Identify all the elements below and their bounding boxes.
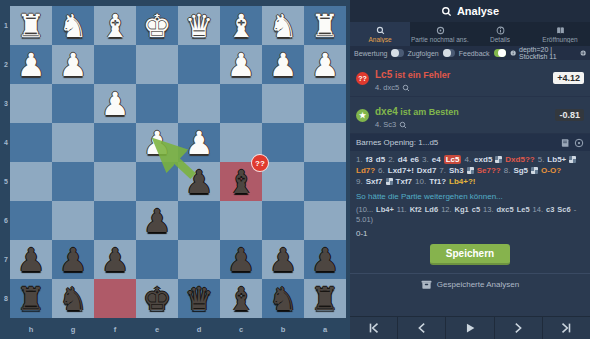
continuation-lead: So hätte die Partie weitergehen können..… (350, 190, 590, 203)
square-g7[interactable]: ♟ (52, 240, 94, 279)
panel-title: Analyse (457, 5, 499, 17)
mini-board-icon[interactable] (569, 156, 576, 163)
tab-bar: Analyse Partie nochmal ans... Details (350, 22, 590, 46)
cont-token-5[interactable]: 12. (441, 205, 451, 214)
move-token-18[interactable]: Lxd7+! (388, 166, 414, 175)
square-g3[interactable] (52, 84, 94, 123)
rank-label-5: 5 (2, 178, 10, 185)
toggle-bewertung[interactable] (391, 49, 403, 57)
piece-black-pawn-g7[interactable]: ♟ (59, 244, 88, 276)
square-c8[interactable]: ♝ (220, 279, 262, 318)
mini-board-icon[interactable] (531, 167, 538, 174)
cont-token-7[interactable]: c5 (472, 205, 480, 214)
move-token-10[interactable]: exd5 (474, 155, 492, 164)
options-row: Bewertung Zugfolgen Feedback depth=20 | … (350, 46, 590, 60)
square-b4[interactable] (262, 123, 304, 162)
search-icon (441, 6, 452, 17)
jump-end-icon (559, 321, 573, 335)
cont-token-9[interactable]: dxc5 (497, 205, 514, 214)
square-d7[interactable] (178, 240, 220, 279)
piece-white-king-e1[interactable]: ♚ (143, 10, 172, 42)
square-c1[interactable]: ♝ (220, 6, 262, 45)
square-h1[interactable]: ♜ (10, 6, 52, 45)
chevron-right-icon (511, 321, 525, 335)
play-button[interactable] (446, 317, 494, 339)
move-list: 1.f3d52.d4e63.e4Lc54.exd5Dxd5??5.Lb5+Ld7… (350, 151, 590, 190)
square-e6[interactable]: ♟ (136, 201, 178, 240)
best-followup: 4. Sc3 (375, 120, 396, 129)
piece-black-queen-d8[interactable]: ♛ (185, 283, 214, 315)
square-a8[interactable]: ♜ (304, 279, 346, 318)
move-token-24[interactable]: 8. (504, 166, 511, 175)
piece-black-pawn-e6[interactable]: ♟ (143, 205, 172, 237)
info-icon (496, 26, 505, 35)
cont-token-12[interactable]: c3 (546, 205, 554, 214)
archive-box-icon (421, 279, 432, 290)
settings-gear-icon[interactable] (580, 49, 586, 57)
move-token-7[interactable]: e4 (432, 155, 441, 164)
file-label-d: d (178, 325, 220, 334)
eval-badge-white: +4.12 (553, 72, 584, 84)
piece-black-rook-h8[interactable]: ♜ (17, 283, 46, 315)
piece-black-pawn-d5[interactable]: ♟ (185, 166, 214, 198)
cont-token-1[interactable]: Lb4+ (376, 205, 394, 214)
rank-label-3: 3 (2, 100, 10, 107)
move-token-19[interactable]: Dxd7 (417, 166, 437, 175)
square-a7[interactable]: ♟ (304, 240, 346, 279)
rank-label-6: 6 (2, 217, 10, 224)
square-d8[interactable]: ♛ (178, 279, 220, 318)
piece-white-bishop-f1[interactable]: ♝ (101, 10, 130, 42)
square-a3[interactable] (304, 84, 346, 123)
square-h5[interactable] (10, 162, 52, 201)
piece-black-pawn-f7[interactable]: ♟ (101, 244, 130, 276)
rank-label-7: 7 (2, 256, 10, 263)
piece-white-queen-d1[interactable]: ♛ (185, 10, 214, 42)
search-icon[interactable] (402, 84, 410, 92)
square-e7[interactable] (136, 240, 178, 279)
piece-black-pawn-c7[interactable]: ♟ (227, 244, 256, 276)
tab-review-game[interactable]: Partie nochmal ans... (410, 22, 470, 46)
square-b3[interactable] (262, 84, 304, 123)
move-token-2[interactable]: d5 (376, 155, 385, 164)
rank-label-8: 8 (2, 295, 10, 302)
file-label-h: h (10, 325, 52, 334)
first-move-button[interactable] (350, 317, 398, 339)
piece-black-bishop-c5[interactable]: ♝ (227, 166, 256, 198)
square-c6[interactable] (220, 201, 262, 240)
square-g5[interactable] (52, 162, 94, 201)
tab-label: Details (490, 36, 510, 43)
move-feedback-list: ?? Lc5 ist ein Fehler 4. dxc5 +4.12 ★ (350, 60, 590, 134)
last-move-button[interactable] (543, 317, 590, 339)
piece-white-rook-a1[interactable]: ♜ (311, 10, 340, 42)
move-token-0[interactable]: 1. (356, 155, 363, 164)
blunder-badge: ?? (356, 72, 369, 85)
tab-details[interactable]: Details (470, 22, 530, 46)
file-label-g: g (52, 325, 94, 334)
square-e2[interactable] (136, 45, 178, 84)
square-b6[interactable] (262, 201, 304, 240)
square-a5[interactable] (304, 162, 346, 201)
best-verdict: ist am Besten (400, 107, 459, 117)
book-icon[interactable] (560, 138, 570, 148)
mini-board-icon[interactable] (495, 156, 502, 163)
piece-white-pawn-d4[interactable]: ♟ (185, 127, 214, 159)
mini-board-icon[interactable] (386, 178, 393, 185)
blunder-badge-on-board: ?? (251, 154, 269, 172)
replay-icon (436, 26, 445, 35)
file-label-b: b (262, 325, 304, 334)
move-token-13[interactable]: 5. (538, 155, 545, 164)
piece-black-knight-g8[interactable]: ♞ (59, 283, 88, 315)
square-e8[interactable]: ♚ (136, 279, 178, 318)
square-e3[interactable] (136, 84, 178, 123)
blunder-verdict: ist ein Fehler (395, 70, 451, 80)
square-a6[interactable] (304, 201, 346, 240)
cont-token-4[interactable]: Ld6 (425, 205, 438, 214)
square-h8[interactable]: ♜ (10, 279, 52, 318)
panel-header: Analyse (350, 0, 590, 22)
cont-token-2[interactable]: 11. (397, 205, 407, 214)
chess-analysis-app: ♜♞♝♚♛♝♞♜♟♟♟♟♟♟♟♟♟♝♟♟♟♟♟♟♟♜♞♚♛♝♞♜ 1234567… (0, 0, 590, 339)
square-h7[interactable]: ♟ (10, 240, 52, 279)
piece-white-pawn-c2[interactable]: ♟ (227, 49, 256, 81)
square-e4[interactable]: ♟ (136, 123, 178, 162)
square-g2[interactable]: ♟ (52, 45, 94, 84)
piece-white-knight-g1[interactable]: ♞ (59, 10, 88, 42)
square-g8[interactable]: ♞ (52, 279, 94, 318)
move-token-27[interactable]: O-O? (541, 166, 561, 175)
square-f3[interactable]: ♟ (94, 84, 136, 123)
move-token-5[interactable]: e6 (410, 155, 419, 164)
info-icon (510, 49, 516, 57)
chevron-left-icon (415, 321, 429, 335)
move-token-14[interactable]: Lb5+ (547, 155, 566, 164)
tab-label: Eröffnungen (542, 36, 577, 43)
move-token-32[interactable]: 10. (415, 177, 426, 186)
save-button[interactable]: Speichern (430, 244, 510, 265)
move-navigation-bar (350, 316, 590, 339)
square-b8[interactable]: ♞ (262, 279, 304, 318)
square-h3[interactable] (10, 84, 52, 123)
rank-label-4: 4 (2, 139, 10, 146)
tab-analyse[interactable]: Analyse (350, 22, 410, 46)
mini-board-icon[interactable] (467, 167, 474, 174)
move-token-3[interactable]: 2. (388, 155, 395, 164)
square-f8[interactable] (94, 279, 136, 318)
file-label-e: e (136, 325, 178, 334)
cont-token-10[interactable]: Le5 (517, 205, 530, 214)
play-icon (463, 321, 477, 335)
piece-white-pawn-a2[interactable]: ♟ (311, 49, 340, 81)
analysis-panel: Analyse Analyse Partie nochmal ans... (350, 0, 590, 339)
toggle-label-feedback: Feedback (459, 50, 490, 57)
square-e5[interactable] (136, 162, 178, 201)
move-token-16[interactable]: Ld7? (356, 166, 375, 175)
square-h2[interactable]: ♟ (10, 45, 52, 84)
piece-black-pawn-b7[interactable]: ♟ (269, 244, 298, 276)
piece-white-pawn-h2[interactable]: ♟ (17, 49, 46, 81)
tab-label: Analyse (368, 36, 391, 43)
blunder-followup: 4. dxc5 (375, 83, 399, 92)
piece-black-knight-b8[interactable]: ♞ (269, 283, 298, 315)
square-g6[interactable] (52, 201, 94, 240)
engine-info-text: depth=20 | Stockfish 11 (519, 46, 577, 60)
blunder-move: Lc5 (375, 69, 392, 80)
toggle-label-bewertung: Bewertung (354, 50, 387, 57)
game-result: 0-1 (350, 225, 590, 238)
move-token-4[interactable]: d4 (398, 155, 407, 164)
file-label-f: f (94, 325, 136, 334)
move-token-28[interactable]: 9. (356, 177, 363, 186)
opening-name: Barnes Opening: 1...d5 (356, 138, 556, 147)
square-f2[interactable] (94, 45, 136, 84)
square-b5[interactable] (262, 162, 304, 201)
square-a4[interactable] (304, 123, 346, 162)
opening-row: Barnes Opening: 1...d5 (350, 134, 590, 151)
piece-black-rook-a8[interactable]: ♜ (311, 283, 340, 315)
square-d6[interactable] (178, 201, 220, 240)
eval-badge-black: -0.81 (555, 109, 584, 121)
saved-analyses-label: Gespeicherte Analysen (437, 280, 519, 289)
move-token-9[interactable]: 4. (464, 155, 471, 164)
piece-white-pawn-f3[interactable]: ♟ (101, 88, 130, 120)
square-a2[interactable]: ♟ (304, 45, 346, 84)
cont-token-0[interactable]: (10... (356, 205, 373, 214)
rank-label-2: 2 (2, 61, 10, 68)
cont-token-13[interactable]: Sc6 (557, 205, 570, 214)
jump-start-icon (367, 321, 381, 335)
saved-analyses-link[interactable]: Gespeicherte Analysen (350, 279, 590, 290)
piece-black-king-e8[interactable]: ♚ (143, 283, 172, 315)
piece-white-pawn-e4[interactable]: ♟ (143, 127, 172, 159)
square-h6[interactable] (10, 201, 52, 240)
piece-white-knight-b1[interactable]: ♞ (269, 10, 298, 42)
piece-white-rook-h1[interactable]: ♜ (17, 10, 46, 42)
best-move-badge: ★ (356, 109, 369, 122)
tab-openings[interactable]: Eröffnungen (530, 22, 590, 46)
cont-token-8[interactable]: 13. (483, 205, 493, 214)
previous-move-button[interactable] (398, 317, 446, 339)
cont-token-6[interactable]: Kg1 (455, 205, 469, 214)
piece-black-pawn-a7[interactable]: ♟ (311, 244, 340, 276)
square-d2[interactable] (178, 45, 220, 84)
square-b7[interactable]: ♟ (262, 240, 304, 279)
cont-token-11[interactable]: 14. (533, 205, 543, 214)
toggle-feedback[interactable] (494, 49, 506, 57)
move-token-21[interactable]: Sh3 (449, 166, 464, 175)
move-token-33[interactable]: Tf1? (429, 177, 446, 186)
square-f4[interactable] (94, 123, 136, 162)
file-label-a: a (304, 325, 346, 334)
move-token-1[interactable]: f3 (366, 155, 373, 164)
square-g4[interactable] (52, 123, 94, 162)
move-token-8[interactable]: Lc5 (444, 155, 462, 164)
move-token-34[interactable]: Lb4+?! (449, 177, 475, 186)
square-f1[interactable]: ♝ (94, 6, 136, 45)
piece-black-bishop-c8[interactable]: ♝ (227, 283, 256, 315)
square-f7[interactable]: ♟ (94, 240, 136, 279)
square-h4[interactable] (10, 123, 52, 162)
best-move: dxe4 (375, 106, 398, 117)
feedback-blunder-row[interactable]: ?? Lc5 ist ein Fehler 4. dxc5 +4.12 (350, 60, 590, 97)
square-c7[interactable]: ♟ (220, 240, 262, 279)
engine-info: depth=20 | Stockfish 11 (510, 46, 586, 60)
rank-label-1: 1 (2, 22, 10, 29)
chess-board[interactable]: ♜♞♝♚♛♝♞♜♟♟♟♟♟♟♟♟♟♝♟♟♟♟♟♟♟♜♞♚♛♝♞♜ (10, 6, 346, 318)
toggle-label-zugfolgen: Zugfolgen (408, 50, 439, 57)
move-token-31[interactable]: Txf7 (396, 177, 412, 186)
move-token-17[interactable]: 6. (378, 166, 385, 175)
move-token-6[interactable]: 3. (422, 155, 429, 164)
toggle-zugfolgen[interactable] (443, 49, 455, 57)
book-icon (556, 26, 565, 35)
search-icon (376, 26, 385, 35)
square-a1[interactable]: ♜ (304, 6, 346, 45)
square-b1[interactable]: ♞ (262, 6, 304, 45)
move-token-25[interactable]: Sg5 (513, 166, 528, 175)
square-d5[interactable]: ♟ (178, 162, 220, 201)
continuation-line: (10...Lb4+11.Kf2Ld612.Kg1c513.dxc5Le514.… (350, 203, 590, 225)
explore-icon[interactable] (574, 138, 584, 148)
square-d4[interactable]: ♟ (178, 123, 220, 162)
next-move-button[interactable] (495, 317, 543, 339)
square-c3[interactable] (220, 84, 262, 123)
move-token-29[interactable]: Sxf7 (366, 177, 383, 186)
feedback-best-row[interactable]: ★ dxe4 ist am Besten 4. Sc3 -0.81 (350, 97, 590, 134)
piece-white-pawn-g2[interactable]: ♟ (59, 49, 88, 81)
chess-board-pane: ♜♞♝♚♛♝♞♜♟♟♟♟♟♟♟♟♟♝♟♟♟♟♟♟♟♜♞♚♛♝♞♜ 1234567… (0, 0, 350, 339)
piece-black-pawn-h7[interactable]: ♟ (17, 244, 46, 276)
search-icon[interactable] (399, 121, 407, 129)
square-d1[interactable]: ♛ (178, 6, 220, 45)
tab-label: Partie nochmal ans... (411, 36, 469, 43)
file-label-c: c (220, 325, 262, 334)
piece-white-bishop-c1[interactable]: ♝ (227, 10, 256, 42)
square-f6[interactable] (94, 201, 136, 240)
move-token-23[interactable]: Se7?? (477, 166, 501, 175)
square-c2[interactable]: ♟ (220, 45, 262, 84)
square-e1[interactable]: ♚ (136, 6, 178, 45)
square-b2[interactable]: ♟ (262, 45, 304, 84)
square-f5[interactable] (94, 162, 136, 201)
piece-white-pawn-b2[interactable]: ♟ (269, 49, 298, 81)
move-token-12[interactable]: Dxd5?? (505, 155, 534, 164)
move-token-20[interactable]: 7. (439, 166, 446, 175)
square-g1[interactable]: ♞ (52, 6, 94, 45)
square-d3[interactable] (178, 84, 220, 123)
cont-token-3[interactable]: Kf2 (410, 205, 422, 214)
